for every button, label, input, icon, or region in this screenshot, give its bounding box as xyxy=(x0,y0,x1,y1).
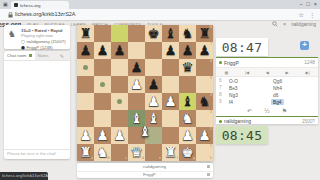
top-player-rating: 1248 xyxy=(304,60,315,65)
square-h6[interactable]: 6 xyxy=(196,59,213,76)
piece-black-pawn[interactable]: ♟ xyxy=(77,42,94,59)
piece-black-pawn[interactable]: ♟ xyxy=(94,42,111,59)
online-dot xyxy=(219,61,222,64)
black-player-link[interactable]: FriggP (1248) xyxy=(26,45,52,50)
square-g4[interactable]: ♝ xyxy=(179,93,196,110)
square-d8[interactable] xyxy=(128,25,145,42)
square-b2[interactable]: ♟ xyxy=(94,127,111,144)
header-username[interactable]: nalidgaming xyxy=(291,22,316,27)
square-a7[interactable]: ♟ xyxy=(77,42,94,59)
square-b8[interactable] xyxy=(94,25,111,42)
square-h3[interactable]: 3 xyxy=(196,110,213,127)
search-icon[interactable] xyxy=(272,21,278,27)
move-number: 7 xyxy=(216,85,227,90)
square-g2[interactable]: ♟ xyxy=(179,127,196,144)
square-d1[interactable]: ♛d xyxy=(128,144,145,161)
square-f5[interactable] xyxy=(162,76,179,93)
player-row-icon xyxy=(207,173,210,176)
square-a8[interactable]: ♜ xyxy=(77,25,94,42)
chat-messages-area xyxy=(4,61,70,149)
square-b4[interactable] xyxy=(94,93,111,110)
square-f4[interactable]: ♟ xyxy=(162,93,179,110)
move-number: 9 xyxy=(216,99,227,104)
under-board-player-name[interactable]: FriggP xyxy=(143,172,156,177)
site-favicon xyxy=(14,3,18,7)
square-g6[interactable]: ♛ xyxy=(179,59,196,76)
square-d6[interactable]: ♟ xyxy=(128,59,145,76)
piece-white-pawn[interactable]: ♟ xyxy=(77,127,94,144)
player-clock-active: 08:45 xyxy=(216,126,268,144)
resign-flag-icon[interactable]: ⚑ xyxy=(282,107,287,114)
piece-black-knight[interactable]: ♞ xyxy=(179,25,196,42)
piece-black-king[interactable]: ♚ xyxy=(145,25,162,42)
game-info-card: ♞ 10+0 • Rated • Rapid Playing right now… xyxy=(4,25,70,49)
square-h5[interactable]: 5 xyxy=(196,76,213,93)
piece-black-bishop[interactable]: ♝ xyxy=(179,93,196,110)
square-e8[interactable]: ♚ xyxy=(145,25,162,42)
time-control-label: 10+0 • Rated • Rapid xyxy=(21,28,67,33)
move-dest-dot[interactable] xyxy=(117,99,122,104)
browser-tab-bar: ▣ lichess.org –□× xyxy=(0,0,320,9)
window-menu-icon[interactable]: ▣ xyxy=(3,2,8,7)
square-e1[interactable]: e xyxy=(145,144,162,161)
under-board-player-row: nalidgaming xyxy=(77,163,213,171)
move-9-black[interactable]: Bg4 xyxy=(271,99,315,104)
square-h8[interactable]: ♜8 xyxy=(196,25,213,42)
square-a4[interactable] xyxy=(77,93,94,110)
move-dest-dot[interactable] xyxy=(100,82,105,87)
piece-black-pawn[interactable]: ♟ xyxy=(162,42,179,59)
link-status-popup: lichess.org/kirkb13zrS2A xyxy=(0,172,48,180)
draw-offer-icon[interactable]: ½ xyxy=(264,107,270,114)
square-f8[interactable]: ♝ xyxy=(162,25,179,42)
square-e7[interactable] xyxy=(145,42,162,59)
challenges-icon[interactable]: × xyxy=(283,21,286,27)
move-8-white[interactable]: Ng3 xyxy=(227,92,271,97)
lock-icon xyxy=(8,12,13,18)
move-row: 7Be3Nh4 xyxy=(216,84,318,91)
bottom-player-name[interactable]: nalidgaming xyxy=(224,118,251,124)
move-nav-button[interactable]: ▦ xyxy=(224,70,228,75)
square-f3[interactable] xyxy=(162,110,179,127)
square-c7[interactable]: ♟ xyxy=(111,42,128,59)
move-row: 6O-OQg6 xyxy=(216,77,318,84)
move-nav-button[interactable]: |◀ xyxy=(245,70,249,75)
browser-tab[interactable]: lichess.org xyxy=(11,1,69,9)
square-c3[interactable] xyxy=(111,110,128,127)
chat-card: Chat room Notes ✎ Please be nice in the … xyxy=(4,51,70,159)
piece-black-queen[interactable]: ♛ xyxy=(179,59,196,76)
square-e6[interactable] xyxy=(145,59,162,76)
opponent-clock: 08:47 xyxy=(216,38,268,56)
window-control[interactable]: □ xyxy=(306,1,309,8)
online-dot xyxy=(219,120,222,123)
white-player-link[interactable]: nalidgaming (1500?) xyxy=(26,39,65,44)
square-d7[interactable] xyxy=(128,42,145,59)
move-number: 8 xyxy=(216,92,227,97)
under-board-player-name[interactable]: nalidgaming xyxy=(143,164,166,169)
move-nav-button[interactable]: ◀ xyxy=(266,70,269,75)
chess-board: ♜♚♝♞♜8♟♟♟♟♟♟7♟♛6♟♟5♟♟♝♞4♝♝♞3♟♟♟♟♟2♜a♞bc♛… xyxy=(77,25,213,161)
square-e5[interactable]: ♟ xyxy=(145,76,162,93)
piece-white-pawn[interactable]: ♟ xyxy=(111,127,128,144)
move-dest-dot[interactable] xyxy=(83,65,88,70)
move-nav-button[interactable]: ▶ xyxy=(286,70,289,75)
square-a5[interactable] xyxy=(77,76,94,93)
piece-white-pawn[interactable]: ♟ xyxy=(94,127,111,144)
square-h1[interactable]: 1h xyxy=(196,144,213,161)
piece-white-pawn[interactable]: ♟ xyxy=(162,93,179,110)
move-6-white[interactable]: O-O xyxy=(227,78,271,83)
url-text[interactable]: lichess.org/kirkb13zrS2A xyxy=(15,11,76,17)
move-8-black[interactable]: d6 xyxy=(271,92,315,97)
piece-white-pawn[interactable]: ♟ xyxy=(179,127,196,144)
move-7-white[interactable]: Be3 xyxy=(227,85,271,90)
under-board-player-row: FriggP xyxy=(77,171,213,179)
square-c1[interactable]: c xyxy=(111,144,128,161)
piece-black-pawn[interactable]: ♟ xyxy=(111,42,128,59)
square-c5[interactable] xyxy=(111,76,128,93)
square-d5[interactable]: ♟ xyxy=(128,76,145,93)
square-f1[interactable]: ♜f xyxy=(162,144,179,161)
notes-label: Notes xyxy=(38,53,49,58)
square-b5[interactable] xyxy=(94,76,111,93)
square-a3[interactable] xyxy=(77,110,94,127)
white-color-icon: ○ xyxy=(21,40,25,44)
takeback-icon[interactable]: ↶ xyxy=(247,107,252,114)
piece-black-bishop[interactable]: ♝ xyxy=(162,25,179,42)
square-g3[interactable]: ♞ xyxy=(179,110,196,127)
square-g5[interactable] xyxy=(179,76,196,93)
square-f2[interactable] xyxy=(162,127,179,144)
browser-more-icon[interactable]: ⋮ xyxy=(309,11,315,18)
square-c6[interactable] xyxy=(111,59,128,76)
tab-notes[interactable]: Notes ✎ xyxy=(35,51,70,60)
chat-room-label: Chat room xyxy=(7,53,27,58)
square-b3[interactable] xyxy=(94,110,111,127)
piece-white-pawn[interactable]: ♟ xyxy=(145,93,162,110)
lichess-game-window: ▣ lichess.org –□× lichess.org/kirkb13zrS… xyxy=(0,0,320,180)
square-a6[interactable] xyxy=(77,59,94,76)
pencil-icon: ✎ xyxy=(60,53,67,59)
piece-black-pawn[interactable]: ♟ xyxy=(145,76,162,93)
move-9-white[interactable]: f4 xyxy=(227,99,271,104)
piece-black-pawn[interactable]: ♟ xyxy=(128,59,145,76)
square-h4[interactable]: ♞4 xyxy=(196,93,213,110)
square-f7[interactable]: ♟ xyxy=(162,42,179,59)
window-controls[interactable]: –□× xyxy=(299,1,317,8)
move-row: 8Ng3d6 xyxy=(216,91,318,98)
black-color-icon: ● xyxy=(21,46,25,50)
move-nav-button[interactable]: ▶| xyxy=(305,70,309,75)
square-c8[interactable] xyxy=(111,25,128,42)
square-h7[interactable]: ♟7 xyxy=(196,42,213,59)
top-player-name[interactable]: FriggP xyxy=(224,60,239,66)
square-g1[interactable]: ♚g xyxy=(179,144,196,161)
square-h2[interactable]: ♟2 xyxy=(196,127,213,144)
piece-black-pawn[interactable]: ♟ xyxy=(179,42,196,59)
move-list: 6O-OQg67Be3Nh48Ng3d69f4Bg4 xyxy=(216,77,318,105)
bookmark-star-icon[interactable]: ☆ xyxy=(299,11,304,18)
window-control[interactable]: × xyxy=(314,1,317,8)
dragged-piece[interactable]: ♝ xyxy=(137,123,154,140)
tab-chat-room[interactable]: Chat room xyxy=(4,51,35,60)
move-7-black[interactable]: Nh4 xyxy=(271,85,315,90)
move-row: 9f4Bg4 xyxy=(216,98,318,105)
chat-input[interactable]: Please be nice in the chat! xyxy=(4,149,70,160)
player-row-icon xyxy=(207,165,210,168)
square-b6[interactable] xyxy=(94,59,111,76)
game-action-row: ↶½⚑ xyxy=(216,105,318,115)
square-c4[interactable] xyxy=(111,93,128,110)
piece-black-rook[interactable]: ♜ xyxy=(77,25,94,42)
square-f6[interactable] xyxy=(162,59,179,76)
under-board-panel: nalidgamingFriggP xyxy=(77,163,213,178)
move-6-black[interactable]: Qg6 xyxy=(271,78,315,83)
move-list-box: ▦|◀◀▶▶| 6O-OQg67Be3Nh48Ng3d69f4Bg4 xyxy=(216,67,318,105)
window-control[interactable]: – xyxy=(299,1,302,8)
give-time-button[interactable]: + xyxy=(300,41,309,50)
square-g7[interactable]: ♟ xyxy=(179,42,196,59)
square-e4[interactable]: ♟ xyxy=(145,93,162,110)
square-b1[interactable]: ♞b xyxy=(94,144,111,161)
bottom-player-rating: 1500? xyxy=(302,119,315,124)
piece-white-pawn[interactable]: ♟ xyxy=(128,76,145,93)
square-g8[interactable]: ♞ xyxy=(179,25,196,42)
move-nav-row: ▦|◀◀▶▶| xyxy=(216,68,318,77)
square-a1[interactable]: ♜a xyxy=(77,144,94,161)
piece-white-knight[interactable]: ♞ xyxy=(179,110,196,127)
chat-online-indicator xyxy=(29,54,32,57)
knight-speed-icon: ♞ xyxy=(8,29,16,39)
square-b7[interactable]: ♟ xyxy=(94,42,111,59)
square-a2[interactable]: ♟ xyxy=(77,127,94,144)
square-d4[interactable] xyxy=(128,93,145,110)
move-number: 6 xyxy=(216,78,227,83)
tab-title: lichess.org xyxy=(20,3,41,8)
game-status-label: Playing right now xyxy=(21,33,67,38)
square-c2[interactable]: ♟ xyxy=(111,127,128,144)
